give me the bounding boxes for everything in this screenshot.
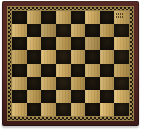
- square-d1: [56, 103, 71, 116]
- square-b6: [27, 37, 42, 50]
- square-c7: [41, 24, 56, 37]
- square-g7: [100, 24, 115, 37]
- square-e8: [71, 11, 86, 24]
- square-b2: [27, 90, 42, 103]
- square-h2: [114, 90, 129, 103]
- square-a5: [12, 50, 27, 63]
- square-a3: [12, 77, 27, 90]
- square-c4: [41, 64, 56, 77]
- square-e7: [71, 24, 86, 37]
- square-a2: [12, 90, 27, 103]
- square-h4: [114, 64, 129, 77]
- square-g3: [100, 77, 115, 90]
- chessboard-frame: [2, 1, 139, 126]
- square-d2: [56, 90, 71, 103]
- square-a4: [12, 64, 27, 77]
- square-c1: [41, 103, 56, 116]
- square-h7: [114, 24, 129, 37]
- square-b4: [27, 64, 42, 77]
- square-g1: [100, 103, 115, 116]
- square-d7: [56, 24, 71, 37]
- square-a8: [12, 11, 27, 24]
- square-d8: [56, 11, 71, 24]
- square-f6: [85, 37, 100, 50]
- square-f7: [85, 24, 100, 37]
- square-h5: [114, 50, 129, 63]
- square-a1: [12, 103, 27, 116]
- square-h1: [114, 103, 129, 116]
- square-c3: [41, 77, 56, 90]
- chessboard-grid: [12, 11, 129, 116]
- square-f2: [85, 90, 100, 103]
- square-d4: [56, 64, 71, 77]
- square-e6: [71, 37, 86, 50]
- square-e4: [71, 64, 86, 77]
- square-d6: [56, 37, 71, 50]
- square-f8: [85, 11, 100, 24]
- square-c6: [41, 37, 56, 50]
- maker-stamp: [116, 13, 124, 18]
- square-f4: [85, 64, 100, 77]
- square-g6: [100, 37, 115, 50]
- square-f5: [85, 50, 100, 63]
- square-g8: [100, 11, 115, 24]
- square-h6: [114, 37, 129, 50]
- square-g4: [100, 64, 115, 77]
- square-b1: [27, 103, 42, 116]
- square-a7: [12, 24, 27, 37]
- square-d5: [56, 50, 71, 63]
- square-b7: [27, 24, 42, 37]
- square-e2: [71, 90, 86, 103]
- square-f1: [85, 103, 100, 116]
- square-c5: [41, 50, 56, 63]
- square-g2: [100, 90, 115, 103]
- square-e3: [71, 77, 86, 90]
- square-e1: [71, 103, 86, 116]
- square-c8: [41, 11, 56, 24]
- square-b5: [27, 50, 42, 63]
- square-h3: [114, 77, 129, 90]
- photo-background: [0, 0, 145, 131]
- square-c2: [41, 90, 56, 103]
- square-g5: [100, 50, 115, 63]
- square-f3: [85, 77, 100, 90]
- square-e5: [71, 50, 86, 63]
- square-d3: [56, 77, 71, 90]
- square-a6: [12, 37, 27, 50]
- square-b8: [27, 11, 42, 24]
- square-b3: [27, 77, 42, 90]
